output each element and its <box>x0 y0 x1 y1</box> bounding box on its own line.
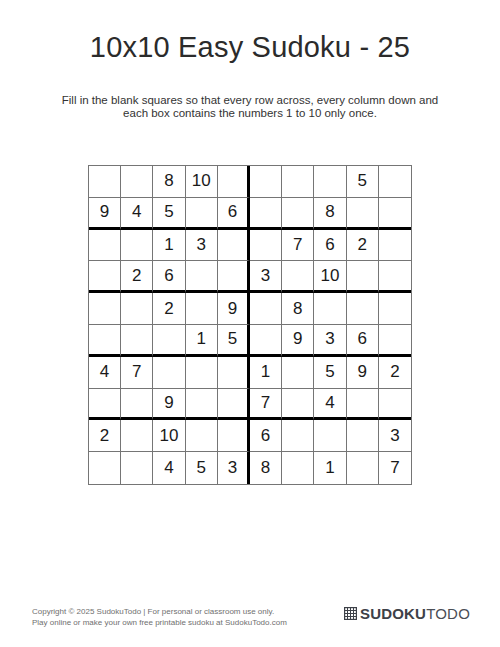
cell-r9c2 <box>121 420 153 452</box>
cell-r2c1: 9 <box>89 198 121 230</box>
cell-r3c7: 7 <box>282 230 314 262</box>
cell-r5c6 <box>250 293 282 325</box>
cell-r6c3 <box>153 325 185 357</box>
cell-r2c10 <box>379 198 411 230</box>
cell-r5c8 <box>314 293 346 325</box>
cell-r7c10: 2 <box>379 357 411 389</box>
cell-r2c7 <box>282 198 314 230</box>
footer-copyright-line1: Copyright © 2025 SudokuTodo | For person… <box>32 606 287 617</box>
cell-r1c3: 8 <box>153 166 185 198</box>
cell-r1c4: 10 <box>186 166 218 198</box>
cell-r2c4 <box>186 198 218 230</box>
footer-copyright-line2: Play online or make your own free printa… <box>32 617 287 628</box>
cell-r4c5 <box>218 261 250 293</box>
cell-r7c3 <box>153 357 185 389</box>
cell-r8c4 <box>186 389 218 421</box>
cell-r2c5: 6 <box>218 198 250 230</box>
cell-r10c2 <box>121 452 153 484</box>
cell-r8c6: 7 <box>250 389 282 421</box>
cell-r4c7 <box>282 261 314 293</box>
cell-r1c10 <box>379 166 411 198</box>
cell-r2c9 <box>347 198 379 230</box>
cell-r4c1 <box>89 261 121 293</box>
grid-icon <box>344 607 357 620</box>
sudoku-grid: 8105945681376226310298159364715929742106… <box>88 165 412 485</box>
cell-r2c6 <box>250 198 282 230</box>
cell-r10c5: 3 <box>218 452 250 484</box>
cell-r10c9 <box>347 452 379 484</box>
cell-r9c3: 10 <box>153 420 185 452</box>
cell-r9c9 <box>347 420 379 452</box>
cell-r5c10 <box>379 293 411 325</box>
instructions-line1: Fill in the blank squares so that every … <box>0 94 500 107</box>
cell-r10c1 <box>89 452 121 484</box>
cell-r1c7 <box>282 166 314 198</box>
cell-r9c4 <box>186 420 218 452</box>
cell-r2c3: 5 <box>153 198 185 230</box>
cell-r1c5 <box>218 166 250 198</box>
cell-r7c4 <box>186 357 218 389</box>
cell-r6c2 <box>121 325 153 357</box>
cell-r7c7 <box>282 357 314 389</box>
cell-r4c10 <box>379 261 411 293</box>
cell-r2c2: 4 <box>121 198 153 230</box>
cell-r4c9 <box>347 261 379 293</box>
cell-r8c2 <box>121 389 153 421</box>
cell-r9c7 <box>282 420 314 452</box>
logo-text-sudoku: SUDOKU <box>360 605 426 622</box>
cell-r1c6 <box>250 166 282 198</box>
cell-r3c3: 1 <box>153 230 185 262</box>
cell-r1c9: 5 <box>347 166 379 198</box>
sudokutodo-logo: SUDOKU TODO <box>344 604 470 622</box>
cell-r5c4 <box>186 293 218 325</box>
cell-r7c5 <box>218 357 250 389</box>
cell-r9c8 <box>314 420 346 452</box>
cell-r1c1 <box>89 166 121 198</box>
cell-r7c9: 9 <box>347 357 379 389</box>
cell-r5c9 <box>347 293 379 325</box>
cell-r5c2 <box>121 293 153 325</box>
cell-r3c9: 2 <box>347 230 379 262</box>
cell-r4c8: 10 <box>314 261 346 293</box>
cell-r4c4 <box>186 261 218 293</box>
cell-r8c10 <box>379 389 411 421</box>
cell-r7c6: 1 <box>250 357 282 389</box>
cell-r8c8: 4 <box>314 389 346 421</box>
page-title: 10x10 Easy Sudoku - 25 <box>0 31 500 64</box>
cell-r3c5 <box>218 230 250 262</box>
cell-r9c6: 6 <box>250 420 282 452</box>
cell-r3c1 <box>89 230 121 262</box>
cell-r10c3: 4 <box>153 452 185 484</box>
cell-r8c7 <box>282 389 314 421</box>
cell-r7c2: 7 <box>121 357 153 389</box>
instructions: Fill in the blank squares so that every … <box>0 94 500 120</box>
cell-r9c5 <box>218 420 250 452</box>
cell-r6c1 <box>89 325 121 357</box>
cell-r6c6 <box>250 325 282 357</box>
cell-r8c3: 9 <box>153 389 185 421</box>
cell-r6c7: 9 <box>282 325 314 357</box>
cell-r5c5: 9 <box>218 293 250 325</box>
cell-r10c10: 7 <box>379 452 411 484</box>
cell-r6c5: 5 <box>218 325 250 357</box>
cell-r9c1: 2 <box>89 420 121 452</box>
cell-r10c4: 5 <box>186 452 218 484</box>
footer-copyright: Copyright © 2025 SudokuTodo | For person… <box>32 606 287 628</box>
cell-r3c8: 6 <box>314 230 346 262</box>
logo-text-todo: TODO <box>426 605 470 622</box>
cell-r6c9: 6 <box>347 325 379 357</box>
cell-r3c6 <box>250 230 282 262</box>
cell-r8c5 <box>218 389 250 421</box>
cell-r8c9 <box>347 389 379 421</box>
instructions-line2: each box contains the numbers 1 to 10 on… <box>0 107 500 120</box>
cell-r4c6: 3 <box>250 261 282 293</box>
cell-r5c1 <box>89 293 121 325</box>
cell-r8c1 <box>89 389 121 421</box>
cell-r6c10 <box>379 325 411 357</box>
cell-r2c8: 8 <box>314 198 346 230</box>
cell-r4c3: 6 <box>153 261 185 293</box>
cell-r3c4: 3 <box>186 230 218 262</box>
cell-r4c2: 2 <box>121 261 153 293</box>
cell-r10c7 <box>282 452 314 484</box>
cell-r5c3: 2 <box>153 293 185 325</box>
cell-r1c2 <box>121 166 153 198</box>
cell-r7c8: 5 <box>314 357 346 389</box>
cell-r10c6: 8 <box>250 452 282 484</box>
cell-r6c4: 1 <box>186 325 218 357</box>
printable-sudoku-page: 10x10 Easy Sudoku - 25 Fill in the blank… <box>0 0 500 647</box>
cell-r3c2 <box>121 230 153 262</box>
cell-r9c10: 3 <box>379 420 411 452</box>
cell-r1c8 <box>314 166 346 198</box>
cell-r5c7: 8 <box>282 293 314 325</box>
cell-r7c1: 4 <box>89 357 121 389</box>
cell-r6c8: 3 <box>314 325 346 357</box>
cell-r3c10 <box>379 230 411 262</box>
cell-r10c8: 1 <box>314 452 346 484</box>
